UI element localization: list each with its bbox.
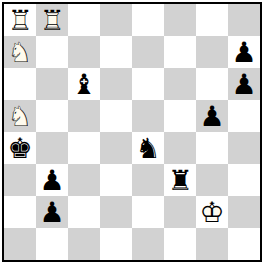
square-f5[interactable] — [164, 100, 196, 132]
square-d8[interactable] — [100, 4, 132, 36]
square-e6[interactable] — [132, 68, 164, 100]
black-pawn: ♟ — [36, 164, 68, 196]
square-c7[interactable] — [68, 36, 100, 68]
square-e5[interactable] — [132, 100, 164, 132]
square-a4[interactable]: ♚ — [4, 132, 36, 164]
square-c4[interactable] — [68, 132, 100, 164]
white-knight: ♞♘ — [4, 36, 36, 68]
white-knight: ♞♘ — [4, 100, 36, 132]
square-f8[interactable] — [164, 4, 196, 36]
square-g1[interactable] — [196, 228, 228, 260]
square-a7[interactable]: ♞♘ — [4, 36, 36, 68]
square-c5[interactable] — [68, 100, 100, 132]
black-bishop: ♝ — [68, 68, 100, 100]
square-h8[interactable] — [228, 4, 260, 36]
square-h5[interactable] — [228, 100, 260, 132]
square-h1[interactable] — [228, 228, 260, 260]
square-e2[interactable] — [132, 196, 164, 228]
black-rook-glyph: ♜ — [164, 164, 196, 196]
square-h7[interactable]: ♟ — [228, 36, 260, 68]
square-h3[interactable] — [228, 164, 260, 196]
square-c3[interactable] — [68, 164, 100, 196]
square-c8[interactable] — [68, 4, 100, 36]
black-knight-glyph: ♞ — [132, 132, 164, 164]
black-pawn-glyph: ♟ — [228, 68, 260, 100]
white-knight-glyph: ♘ — [4, 100, 36, 132]
square-d3[interactable] — [100, 164, 132, 196]
square-f3[interactable]: ♜ — [164, 164, 196, 196]
white-rook-glyph: ♖ — [36, 4, 68, 36]
white-king: ♚♔ — [196, 196, 228, 228]
square-a5[interactable]: ♞♘ — [4, 100, 36, 132]
square-g2[interactable]: ♚♔ — [196, 196, 228, 228]
square-h4[interactable] — [228, 132, 260, 164]
black-king: ♚ — [4, 132, 36, 164]
square-g4[interactable] — [196, 132, 228, 164]
black-king-glyph: ♚ — [4, 132, 36, 164]
square-g6[interactable] — [196, 68, 228, 100]
white-king-glyph: ♔ — [196, 196, 228, 228]
square-e8[interactable] — [132, 4, 164, 36]
square-g8[interactable] — [196, 4, 228, 36]
square-b2[interactable]: ♟ — [36, 196, 68, 228]
square-g5[interactable]: ♟ — [196, 100, 228, 132]
square-d7[interactable] — [100, 36, 132, 68]
square-d5[interactable] — [100, 100, 132, 132]
white-rook: ♜♖ — [4, 4, 36, 36]
square-e4[interactable]: ♞ — [132, 132, 164, 164]
square-b6[interactable] — [36, 68, 68, 100]
square-c2[interactable] — [68, 196, 100, 228]
square-b7[interactable] — [36, 36, 68, 68]
black-pawn: ♟ — [36, 196, 68, 228]
black-bishop-glyph: ♝ — [68, 68, 100, 100]
square-a8[interactable]: ♜♖ — [4, 4, 36, 36]
square-h6[interactable]: ♟ — [228, 68, 260, 100]
square-e7[interactable] — [132, 36, 164, 68]
black-pawn-glyph: ♟ — [196, 100, 228, 132]
square-b1[interactable] — [36, 228, 68, 260]
chess-diagram: ♜♖♜♖♞♘♟♝♟♞♘♟♚♞♟♜♟♚♔ — [0, 0, 260, 260]
black-pawn-glyph: ♟ — [36, 164, 68, 196]
square-a6[interactable] — [4, 68, 36, 100]
square-a2[interactable] — [4, 196, 36, 228]
square-d2[interactable] — [100, 196, 132, 228]
square-d1[interactable] — [100, 228, 132, 260]
black-pawn-glyph: ♟ — [228, 36, 260, 68]
square-f1[interactable] — [164, 228, 196, 260]
square-a1[interactable] — [4, 228, 36, 260]
square-f4[interactable] — [164, 132, 196, 164]
chess-board: ♜♖♜♖♞♘♟♝♟♞♘♟♚♞♟♜♟♚♔ — [4, 4, 260, 260]
black-knight: ♞ — [132, 132, 164, 164]
square-f2[interactable] — [164, 196, 196, 228]
black-pawn-glyph: ♟ — [36, 196, 68, 228]
black-rook: ♜ — [164, 164, 196, 196]
square-g7[interactable] — [196, 36, 228, 68]
square-e1[interactable] — [132, 228, 164, 260]
square-c6[interactable]: ♝ — [68, 68, 100, 100]
black-pawn: ♟ — [228, 36, 260, 68]
square-d6[interactable] — [100, 68, 132, 100]
board-frame: ♜♖♜♖♞♘♟♝♟♞♘♟♚♞♟♜♟♚♔ — [2, 2, 262, 262]
square-f6[interactable] — [164, 68, 196, 100]
black-pawn: ♟ — [228, 68, 260, 100]
square-b8[interactable]: ♜♖ — [36, 4, 68, 36]
square-b4[interactable] — [36, 132, 68, 164]
square-b3[interactable]: ♟ — [36, 164, 68, 196]
black-pawn: ♟ — [196, 100, 228, 132]
white-rook: ♜♖ — [36, 4, 68, 36]
square-f7[interactable] — [164, 36, 196, 68]
white-knight-glyph: ♘ — [4, 36, 36, 68]
white-rook-glyph: ♖ — [4, 4, 36, 36]
square-g3[interactable] — [196, 164, 228, 196]
square-c1[interactable] — [68, 228, 100, 260]
square-b5[interactable] — [36, 100, 68, 132]
square-h2[interactable] — [228, 196, 260, 228]
square-d4[interactable] — [100, 132, 132, 164]
square-a3[interactable] — [4, 164, 36, 196]
square-e3[interactable] — [132, 164, 164, 196]
